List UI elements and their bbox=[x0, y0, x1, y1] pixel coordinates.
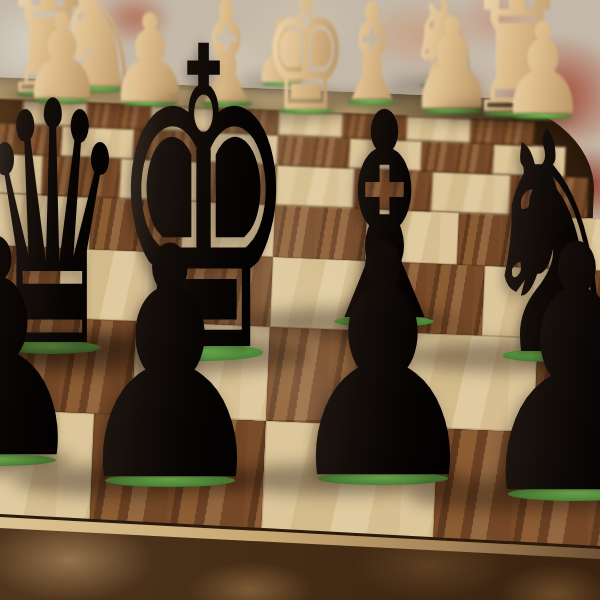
black-pawn-d2: ♟ bbox=[10, 163, 330, 483]
chess-photo-scene: ♟♞♞♜♟♝♟♝♚♟♜♟♝♛♚♞♟♟♟♟ bbox=[0, 0, 600, 600]
pieces-layer: ♟♞♞♜♟♝♟♝♚♟♜♟♝♛♚♞♟♟♟♟ bbox=[0, 0, 600, 600]
black-pawn-glyph: ♟ bbox=[458, 201, 600, 541]
black-pawn-f2: ♟ bbox=[407, 157, 600, 497]
black-pawn-glyph: ♟ bbox=[58, 205, 282, 525]
